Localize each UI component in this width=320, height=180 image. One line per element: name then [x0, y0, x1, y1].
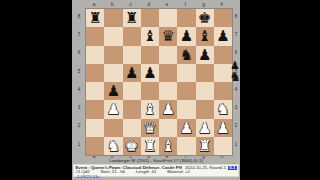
- square-g7: ♝: [196, 27, 214, 45]
- square-f4: [177, 82, 195, 100]
- material-info: Material: +2: [167, 170, 190, 175]
- square-b4: ♟: [104, 82, 122, 100]
- file-label-f: f: [176, 3, 194, 8]
- black-piece-c8: ♜: [125, 9, 138, 27]
- square-d4: [141, 82, 159, 100]
- file-label-h: h: [213, 3, 231, 8]
- rank-label-7: 7: [232, 26, 240, 44]
- players-line: Lamberger M (2161) - StockFish 17 (3640)…: [72, 159, 240, 164]
- square-a6: [86, 46, 104, 64]
- square-b2: [104, 119, 122, 137]
- square-d2: ♛: [141, 119, 159, 137]
- rank-label-8: 8: [232, 8, 240, 26]
- black-piece-e7: ♛: [161, 27, 174, 45]
- square-f7: ♟: [177, 27, 195, 45]
- square-c4: [123, 82, 141, 100]
- video-frame: abcdefgh 87654321 87654321 abcdefgh ♜♜♚♝…: [0, 0, 320, 180]
- square-e5: [159, 64, 177, 82]
- square-e8: [159, 9, 177, 27]
- next-move-info: Next: 21...h6: [101, 170, 125, 175]
- square-c2: [123, 119, 141, 137]
- square-f5: [177, 64, 195, 82]
- square-d3: ♝: [141, 100, 159, 118]
- square-a2: [86, 119, 104, 137]
- engine-eval: -1.09/23 13s: [76, 175, 100, 180]
- file-label-d: d: [140, 3, 158, 8]
- rank-labels-left: 87654321: [75, 8, 83, 154]
- square-d5: ♟: [141, 64, 159, 82]
- game-length-info: Length: 41: [136, 170, 156, 175]
- square-d7: ♝: [141, 27, 159, 45]
- rank-label-7: 7: [75, 26, 83, 44]
- square-g2: ♟: [196, 119, 214, 137]
- chess-board: ♜♜♚♝♛♟♝♟♞♟♟♟♟♟♝♟♞♛♟♟♟♞♚♜♝♜: [85, 8, 233, 156]
- file-label-b: b: [103, 3, 121, 8]
- white-piece-b3: ♟: [107, 100, 120, 118]
- event-label: Event : Queen's Pawn: Classical Defence,…: [76, 166, 182, 171]
- white-piece-g2: ♟: [198, 119, 211, 137]
- rank-label-5: 5: [75, 63, 83, 81]
- square-a5: [86, 64, 104, 82]
- black-piece-b4: ♟: [107, 82, 120, 100]
- square-f8: [177, 9, 195, 27]
- file-label-e: e: [158, 3, 176, 8]
- rank-label-1: 1: [75, 136, 83, 154]
- white-piece-d1: ♜: [143, 137, 156, 155]
- square-h2: ♟: [214, 119, 232, 137]
- square-d8: [141, 9, 159, 27]
- rank-label-1: 1: [232, 136, 240, 154]
- square-e2: [159, 119, 177, 137]
- black-piece-d7: ♝: [143, 27, 156, 45]
- rank-label-4: 4: [75, 81, 83, 99]
- square-c3: [123, 100, 141, 118]
- square-g1: ♜: [196, 137, 214, 155]
- rank-label-3: 3: [232, 99, 240, 117]
- square-g3: [196, 100, 214, 118]
- square-e7: ♛: [159, 27, 177, 45]
- white-piece-h3: ♞: [216, 100, 229, 118]
- square-g6: ♟: [196, 46, 214, 64]
- square-a1: [86, 137, 104, 155]
- square-b8: [104, 9, 122, 27]
- square-h8: [214, 9, 232, 27]
- square-b6: [104, 46, 122, 64]
- square-c6: [123, 46, 141, 64]
- date-round-label: 2024-10-25, Round 2,: [185, 166, 227, 171]
- file-label-g: g: [195, 3, 213, 8]
- captured-black-knight-icon: ♞: [229, 71, 241, 83]
- white-piece-f2: ♟: [180, 119, 193, 137]
- square-g5: [196, 64, 214, 82]
- square-a4: [86, 82, 104, 100]
- square-e6: [159, 46, 177, 64]
- square-c1: ♚: [123, 137, 141, 155]
- square-f1: [177, 137, 195, 155]
- square-g8: ♚: [196, 9, 214, 27]
- square-c5: ♟: [123, 64, 141, 82]
- square-c8: ♜: [123, 9, 141, 27]
- square-h1: [214, 137, 232, 155]
- square-b1: ♞: [104, 137, 122, 155]
- square-d6: [141, 46, 159, 64]
- black-piece-d5: ♟: [143, 64, 156, 82]
- white-piece-e3: ♟: [161, 100, 174, 118]
- square-a3: [86, 100, 104, 118]
- black-piece-h7: ♟: [216, 27, 229, 45]
- file-label-a: a: [85, 3, 103, 8]
- black-piece-a8: ♜: [88, 9, 101, 27]
- square-c7: [123, 27, 141, 45]
- square-a7: [86, 27, 104, 45]
- square-f2: ♟: [177, 119, 195, 137]
- board-panel: abcdefgh 87654321 87654321 abcdefgh ♜♜♚♝…: [72, 0, 240, 180]
- white-piece-b1: ♞: [107, 137, 120, 155]
- square-b3: ♟: [104, 100, 122, 118]
- square-d1: ♜: [141, 137, 159, 155]
- game-info-strip: Event : Queen's Pawn: Classical Defence,…: [73, 164, 239, 177]
- square-h4: [214, 82, 232, 100]
- square-e3: ♟: [159, 100, 177, 118]
- black-piece-f7: ♟: [180, 27, 193, 45]
- square-h3: ♞: [214, 100, 232, 118]
- black-piece-f6: ♞: [180, 46, 193, 64]
- rank-label-3: 3: [75, 99, 83, 117]
- black-piece-g8: ♚: [198, 9, 211, 27]
- white-piece-g1: ♜: [198, 137, 211, 155]
- file-label-c: c: [122, 3, 140, 8]
- rank-label-2: 2: [232, 118, 240, 136]
- white-piece-d3: ♝: [143, 100, 156, 118]
- white-piece-c1: ♚: [125, 137, 138, 155]
- captured-black-pieces-tray: ♟ ♞: [229, 61, 241, 83]
- white-piece-d2: ♛: [143, 119, 156, 137]
- square-f3: [177, 100, 195, 118]
- black-piece-g6: ♟: [198, 46, 211, 64]
- square-b7: [104, 27, 122, 45]
- square-h7: ♟: [214, 27, 232, 45]
- rank-label-8: 8: [75, 8, 83, 26]
- square-e1: ♝: [159, 137, 177, 155]
- rank-label-6: 6: [75, 45, 83, 63]
- square-f6: ♞: [177, 46, 195, 64]
- square-a8: ♜: [86, 9, 104, 27]
- white-piece-e1: ♝: [161, 137, 174, 155]
- black-piece-c5: ♟: [125, 64, 138, 82]
- file-labels-top: abcdefgh: [85, 3, 231, 8]
- square-g4: [196, 82, 214, 100]
- white-piece-h2: ♟: [216, 119, 229, 137]
- black-piece-g7: ♝: [198, 27, 211, 45]
- result-badge: 0-1: [228, 166, 236, 171]
- square-e4: [159, 82, 177, 100]
- square-b5: [104, 64, 122, 82]
- rank-label-2: 2: [75, 118, 83, 136]
